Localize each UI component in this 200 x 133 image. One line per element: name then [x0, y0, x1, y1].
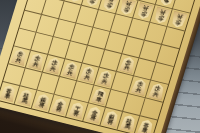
piece-near-gold: 金将 — [51, 96, 69, 115]
piece-kanji: 兵 — [101, 78, 108, 84]
piece-near-silver: 銀将 — [34, 92, 52, 111]
piece-kanji: 兵 — [107, 0, 114, 3]
piece-far-pawn: 歩兵 — [170, 11, 188, 30]
piece-kanji: 兵 — [66, 70, 73, 76]
piece-kanji: 兵 — [123, 65, 130, 71]
piece-kanji: 将 — [72, 110, 79, 116]
piece-kanji: 歩 — [88, 0, 95, 4]
piece-kanji: 角 — [162, 0, 169, 3]
piece-kanji: 兵 — [32, 61, 39, 67]
piece-kanji: 車 — [4, 93, 11, 99]
piece-kanji: 馬 — [124, 123, 131, 129]
piece-kanji: 兵 — [49, 65, 56, 71]
piece-near-silver: 銀将 — [102, 109, 120, 128]
piece-near-knight: 桂馬 — [119, 114, 137, 133]
piece-kanji: 兵 — [141, 5, 148, 11]
piece-near-pawn: 歩兵 — [96, 69, 114, 88]
piece-kanji: 将 — [90, 114, 97, 120]
piece-near-gold: 金将 — [85, 105, 103, 124]
piece-kanji: 将 — [107, 119, 114, 125]
piece-kanji: 兵 — [153, 91, 160, 97]
piece-near-pawn: 歩兵 — [130, 78, 148, 97]
piece-kanji: 兵 — [176, 14, 183, 20]
piece-far-pawn: 歩兵 — [135, 2, 153, 21]
piece-kanji: 車 — [142, 127, 149, 133]
piece-near-pawn: 歩兵 — [10, 48, 28, 67]
piece-near-king: 王将 — [68, 101, 86, 120]
piece-kanji: 兵 — [124, 1, 131, 7]
piece-kanji: 車 — [95, 96, 102, 102]
piece-kanji: 兵 — [159, 9, 166, 15]
piece-near-pawn: 歩兵 — [27, 52, 45, 71]
piece-kanji: 兵 — [135, 87, 142, 93]
shogi-board: 香車桂馬銀将金将玉将金将銀将桂馬香車飛車角行歩兵歩兵歩兵歩兵歩兵歩兵歩兵歩兵歩兵… — [0, 0, 200, 133]
piece-kanji: 馬 — [21, 97, 28, 103]
piece-kanji: 兵 — [84, 74, 91, 80]
piece-near-knight: 桂馬 — [16, 88, 34, 107]
piece-near-lance: 香車 — [137, 118, 155, 133]
piece-kanji: 将 — [38, 101, 45, 107]
piece-near-pawn: 歩兵 — [119, 55, 137, 74]
piece-near-rook: 飛車 — [91, 87, 109, 106]
piece-far-pawn: 歩兵 — [152, 6, 170, 25]
photo-stage: 香車桂馬銀将金将玉将金将銀将桂馬香車飛車角行歩兵歩兵歩兵歩兵歩兵歩兵歩兵歩兵歩兵… — [0, 0, 200, 133]
piece-kanji: 将 — [55, 106, 62, 112]
piece-near-pawn: 歩兵 — [148, 82, 166, 101]
piece-near-pawn: 歩兵 — [45, 56, 63, 75]
grid-cell: 香車 — [135, 116, 158, 133]
piece-near-pawn: 歩兵 — [62, 60, 80, 79]
piece-near-pawn: 歩兵 — [79, 65, 97, 84]
piece-kanji: 兵 — [15, 57, 22, 63]
